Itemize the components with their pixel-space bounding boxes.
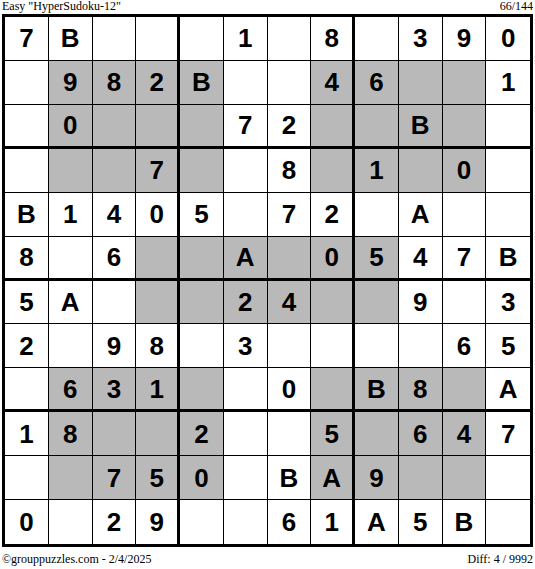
cell-r2c6[interactable] [224,61,268,105]
cell-r8c6[interactable]: 3 [224,324,268,368]
cell-r1c5[interactable] [180,17,224,61]
cell-r1c8[interactable]: 8 [311,17,355,61]
cell-r10c7[interactable] [268,412,312,456]
cell-r12c10[interactable]: 5 [399,500,443,544]
cell-r3c9[interactable] [355,105,399,149]
cell-r12c9[interactable]: A [355,500,399,544]
cell-r6c5[interactable] [180,237,224,281]
cell-r10c9[interactable] [355,412,399,456]
cell-r12c4[interactable]: 9 [136,500,180,544]
cell-r9c5[interactable] [180,368,224,412]
cell-r10c3[interactable] [93,412,137,456]
cell-r2c4[interactable]: 2 [136,61,180,105]
cell-r9c8[interactable] [311,368,355,412]
cell-r12c2[interactable] [49,500,93,544]
cell-r2c5[interactable]: B [180,61,224,105]
cell-r10c4[interactable] [136,412,180,456]
cell-r5c9[interactable] [355,193,399,237]
cell-r5c5[interactable]: 5 [180,193,224,237]
cell-r7c9[interactable] [355,281,399,325]
cell-r7c3[interactable] [93,281,137,325]
cell-r4c3[interactable] [93,149,137,193]
copyright-date-text: ©grouppuzzles.com - 2/4/2025 [2,553,151,566]
cell-r12c7[interactable]: 6 [268,500,312,544]
cell-r8c1[interactable]: 2 [5,324,49,368]
cell-r8c11[interactable]: 6 [443,324,487,368]
cell-r7c10[interactable]: 9 [399,281,443,325]
cell-r7c4[interactable] [136,281,180,325]
cell-r12c12[interactable] [486,500,530,544]
cell-r9c9[interactable]: B [355,368,399,412]
cell-r9c2[interactable]: 6 [49,368,93,412]
cell-r1c3[interactable] [93,17,137,61]
cell-r8c4[interactable]: 8 [136,324,180,368]
cell-r2c8[interactable]: 4 [311,61,355,105]
cell-r4c10[interactable] [399,149,443,193]
cell-r11c8[interactable]: A [311,456,355,500]
cell-r11c3[interactable]: 7 [93,456,137,500]
cell-r12c3[interactable]: 2 [93,500,137,544]
cell-r1c10[interactable]: 3 [399,17,443,61]
cell-r10c1[interactable]: 1 [5,412,49,456]
cell-r1c2[interactable]: B [49,17,93,61]
cell-r11c5[interactable]: 0 [180,456,224,500]
cell-r6c3[interactable]: 6 [93,237,137,281]
cell-r1c12[interactable]: 0 [486,17,530,61]
cell-r6c7[interactable] [268,237,312,281]
cell-r9c7[interactable]: 0 [268,368,312,412]
cell-r7c8[interactable] [311,281,355,325]
cell-r11c11[interactable] [443,456,487,500]
cell-r10c5[interactable]: 2 [180,412,224,456]
cell-r1c1[interactable]: 7 [5,17,49,61]
cell-r3c11[interactable] [443,105,487,149]
cell-r9c1[interactable] [5,368,49,412]
cell-r10c10[interactable]: 6 [399,412,443,456]
cell-r1c11[interactable]: 9 [443,17,487,61]
cell-r8c5[interactable] [180,324,224,368]
cell-r10c11[interactable]: 4 [443,412,487,456]
cell-r7c7[interactable]: 4 [268,281,312,325]
cell-r3c10[interactable]: B [399,105,443,149]
cell-r6c4[interactable] [136,237,180,281]
cell-r6c12[interactable]: B [486,237,530,281]
cell-r3c7[interactable]: 2 [268,105,312,149]
cell-r2c1[interactable] [5,61,49,105]
page: Easy "HyperSudoku-12" 66/144 7B18390982B… [0,0,535,569]
cell-r9c4[interactable]: 1 [136,368,180,412]
cell-r3c12[interactable] [486,105,530,149]
cell-r8c8[interactable] [311,324,355,368]
cell-r4c12[interactable] [486,149,530,193]
cell-r6c1[interactable]: 8 [5,237,49,281]
cell-r4c2[interactable] [49,149,93,193]
cell-r10c8[interactable]: 5 [311,412,355,456]
cell-r2c11[interactable] [443,61,487,105]
cell-r6c10[interactable]: 4 [399,237,443,281]
footer: ©grouppuzzles.com - 2/4/2025 Diff: 4 / 9… [2,553,533,566]
cell-r3c8[interactable] [311,105,355,149]
cell-r1c9[interactable] [355,17,399,61]
cell-r1c4[interactable] [136,17,180,61]
cell-r4c11[interactable]: 0 [443,149,487,193]
cell-r9c12[interactable]: A [486,368,530,412]
cell-r10c2[interactable]: 8 [49,412,93,456]
cell-r5c12[interactable] [486,193,530,237]
cell-r6c8[interactable]: 0 [311,237,355,281]
cell-r11c9[interactable]: 9 [355,456,399,500]
cell-r8c12[interactable]: 5 [486,324,530,368]
cell-r2c10[interactable] [399,61,443,105]
cell-r1c7[interactable] [268,17,312,61]
cell-r7c12[interactable]: 3 [486,281,530,325]
cell-r4c7[interactable]: 8 [268,149,312,193]
cell-r11c1[interactable] [5,456,49,500]
cell-r10c12[interactable]: 7 [486,412,530,456]
cell-r4c4[interactable]: 7 [136,149,180,193]
cell-r8c10[interactable] [399,324,443,368]
cell-r9c10[interactable]: 8 [399,368,443,412]
cell-r6c2[interactable] [49,237,93,281]
cell-r2c12[interactable]: 1 [486,61,530,105]
difficulty-text: Diff: 4 / 9992 [468,553,533,566]
cell-r5c3[interactable]: 4 [93,193,137,237]
cell-r12c6[interactable] [224,500,268,544]
cell-r3c4[interactable] [136,105,180,149]
cell-r12c8[interactable]: 1 [311,500,355,544]
cell-r6c11[interactable]: 7 [443,237,487,281]
sudoku-board: 7B18390982B461072B7810B140572A86A0547B5A… [2,14,533,547]
cell-r2c7[interactable] [268,61,312,105]
cell-r4c5[interactable] [180,149,224,193]
cell-r9c3[interactable]: 3 [93,368,137,412]
cell-r8c2[interactable] [49,324,93,368]
cell-r6c6[interactable]: A [224,237,268,281]
cell-r7c5[interactable] [180,281,224,325]
cell-r7c6[interactable]: 2 [224,281,268,325]
cell-r5c2[interactable]: 1 [49,193,93,237]
cell-r7c1[interactable]: 5 [5,281,49,325]
cell-r7c2[interactable]: A [49,281,93,325]
cell-r5c4[interactable]: 0 [136,193,180,237]
cell-r12c11[interactable]: B [443,500,487,544]
cell-r12c1[interactable]: 0 [5,500,49,544]
cell-r3c3[interactable] [93,105,137,149]
cell-r11c7[interactable]: B [268,456,312,500]
cell-r11c2[interactable] [49,456,93,500]
cell-r2c2[interactable]: 9 [49,61,93,105]
cell-r5c7[interactable]: 7 [268,193,312,237]
cell-r11c10[interactable] [399,456,443,500]
cell-r3c5[interactable] [180,105,224,149]
header: Easy "HyperSudoku-12" 66/144 [2,0,533,13]
cell-r4c8[interactable] [311,149,355,193]
cell-r2c3[interactable]: 8 [93,61,137,105]
cell-r9c6[interactable] [224,368,268,412]
cell-r6c9[interactable]: 5 [355,237,399,281]
cell-r5c11[interactable] [443,193,487,237]
cell-r7c11[interactable] [443,281,487,325]
cell-r9c11[interactable] [443,368,487,412]
cell-r12c5[interactable] [180,500,224,544]
cell-r3c1[interactable] [5,105,49,149]
cell-r1c6[interactable]: 1 [224,17,268,61]
cell-r11c4[interactable]: 5 [136,456,180,500]
cell-r8c3[interactable]: 9 [93,324,137,368]
cell-r5c8[interactable]: 2 [311,193,355,237]
puzzle-title: Easy "HyperSudoku-12" [2,0,121,13]
cell-r4c6[interactable] [224,149,268,193]
cell-r4c9[interactable]: 1 [355,149,399,193]
cell-r11c6[interactable] [224,456,268,500]
cell-r5c1[interactable]: B [5,193,49,237]
cell-r2c9[interactable]: 6 [355,61,399,105]
cell-r8c7[interactable] [268,324,312,368]
cell-r3c2[interactable]: 0 [49,105,93,149]
cell-r4c1[interactable] [5,149,49,193]
cell-r5c10[interactable]: A [399,193,443,237]
cell-r11c12[interactable] [486,456,530,500]
cell-r10c6[interactable] [224,412,268,456]
cell-r3c6[interactable]: 7 [224,105,268,149]
cell-r8c9[interactable] [355,324,399,368]
cell-r5c6[interactable] [224,193,268,237]
puzzle-counter: 66/144 [500,0,533,13]
